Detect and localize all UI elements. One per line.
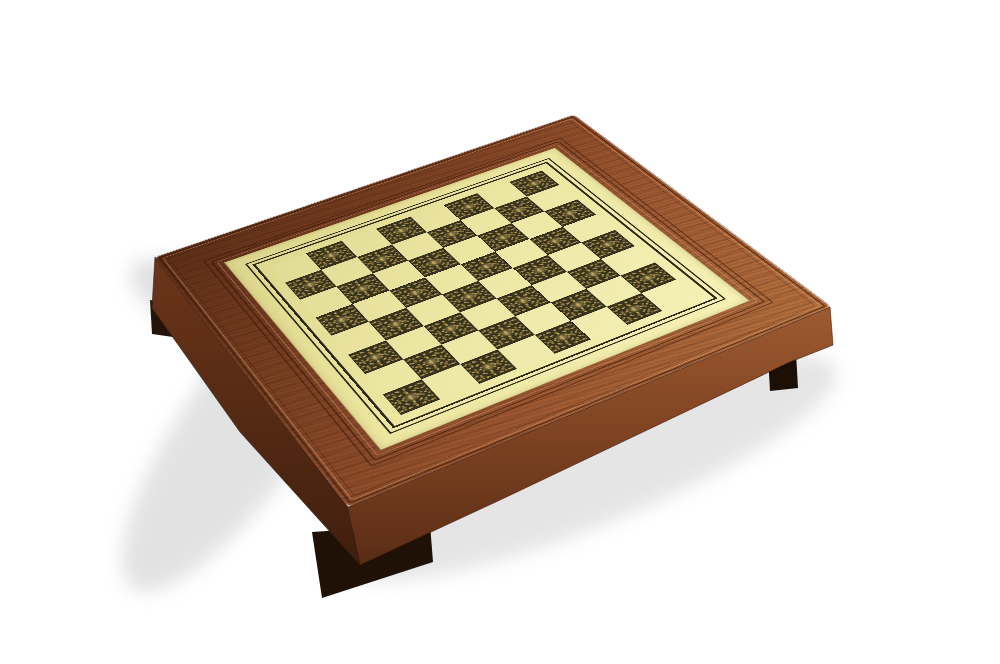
board-field xyxy=(270,171,697,415)
product-photo xyxy=(0,0,1000,664)
